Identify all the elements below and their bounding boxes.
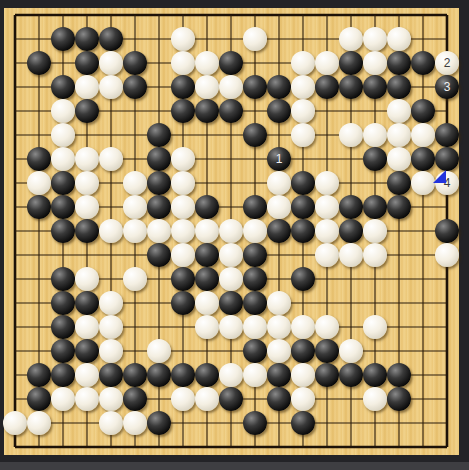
stone-white[interactable] bbox=[387, 99, 411, 123]
stone-white[interactable] bbox=[75, 267, 99, 291]
move-number-label: 2 bbox=[444, 57, 451, 69]
stone-black[interactable] bbox=[315, 339, 339, 363]
stone-white[interactable] bbox=[195, 315, 219, 339]
stone-black[interactable] bbox=[51, 27, 75, 51]
stone-black[interactable] bbox=[147, 171, 171, 195]
stone-black[interactable] bbox=[99, 27, 123, 51]
stone-black[interactable] bbox=[27, 147, 51, 171]
stone-black[interactable] bbox=[51, 219, 75, 243]
stone-black[interactable] bbox=[75, 51, 99, 75]
stone-black[interactable] bbox=[411, 51, 435, 75]
stone-white[interactable] bbox=[363, 27, 387, 51]
stone-white[interactable] bbox=[243, 315, 267, 339]
stone-black[interactable] bbox=[123, 51, 147, 75]
stone-white[interactable] bbox=[147, 219, 171, 243]
stone-black[interactable] bbox=[75, 291, 99, 315]
stone-black[interactable] bbox=[411, 147, 435, 171]
stone-white[interactable] bbox=[123, 195, 147, 219]
stone-black[interactable] bbox=[27, 363, 51, 387]
stone-black[interactable] bbox=[195, 243, 219, 267]
stone-white[interactable] bbox=[363, 51, 387, 75]
stone-black[interactable] bbox=[147, 147, 171, 171]
stone-white[interactable] bbox=[363, 243, 387, 267]
stone-black[interactable] bbox=[171, 99, 195, 123]
stone-black[interactable] bbox=[171, 267, 195, 291]
stone-black[interactable] bbox=[243, 411, 267, 435]
stone-white[interactable] bbox=[339, 243, 363, 267]
stone-black[interactable] bbox=[315, 363, 339, 387]
stone-white[interactable] bbox=[291, 315, 315, 339]
move-number-label: 4 bbox=[444, 177, 451, 189]
stone-black[interactable] bbox=[291, 171, 315, 195]
stone-black[interactable] bbox=[75, 219, 99, 243]
stone-black[interactable] bbox=[363, 363, 387, 387]
stone-white[interactable] bbox=[75, 363, 99, 387]
stone-white[interactable] bbox=[51, 123, 75, 147]
stone-white[interactable] bbox=[99, 75, 123, 99]
stone-black[interactable] bbox=[339, 195, 363, 219]
stone-black[interactable] bbox=[123, 387, 147, 411]
stone-black[interactable] bbox=[435, 219, 459, 243]
stone-black[interactable] bbox=[27, 195, 51, 219]
stone-black[interactable] bbox=[195, 363, 219, 387]
stone-black[interactable] bbox=[123, 363, 147, 387]
stone-white[interactable] bbox=[171, 387, 195, 411]
stone-black[interactable] bbox=[411, 99, 435, 123]
stone-black[interactable] bbox=[243, 243, 267, 267]
stone-black[interactable] bbox=[51, 267, 75, 291]
stone-white[interactable] bbox=[75, 387, 99, 411]
stone-black[interactable] bbox=[315, 75, 339, 99]
stone-white[interactable] bbox=[99, 291, 123, 315]
stone-white[interactable] bbox=[315, 171, 339, 195]
stone-white[interactable] bbox=[195, 219, 219, 243]
stone-black[interactable] bbox=[243, 339, 267, 363]
stone-white[interactable] bbox=[363, 315, 387, 339]
stone-black[interactable] bbox=[267, 387, 291, 411]
stone-white[interactable] bbox=[291, 387, 315, 411]
stone-white[interactable] bbox=[411, 123, 435, 147]
stone-black[interactable] bbox=[171, 75, 195, 99]
stone-black[interactable] bbox=[171, 363, 195, 387]
stone-black[interactable] bbox=[51, 291, 75, 315]
stone-black[interactable] bbox=[219, 99, 243, 123]
frame-bottom-band bbox=[0, 462, 469, 470]
stone-black[interactable]: 1 bbox=[267, 147, 291, 171]
stone-white[interactable] bbox=[123, 171, 147, 195]
stone-white[interactable] bbox=[363, 387, 387, 411]
stone-black[interactable] bbox=[387, 51, 411, 75]
stone-black[interactable] bbox=[267, 99, 291, 123]
stone-white[interactable] bbox=[291, 51, 315, 75]
stone-black[interactable] bbox=[435, 147, 459, 171]
stone-black[interactable] bbox=[195, 99, 219, 123]
stone-black[interactable] bbox=[147, 363, 171, 387]
board-frame: 2314 bbox=[0, 0, 469, 470]
stone-white[interactable] bbox=[99, 387, 123, 411]
stone-white[interactable] bbox=[387, 27, 411, 51]
stone-black[interactable] bbox=[363, 75, 387, 99]
stone-black[interactable] bbox=[267, 75, 291, 99]
stone-black[interactable] bbox=[387, 75, 411, 99]
stone-black[interactable] bbox=[147, 123, 171, 147]
stone-black[interactable] bbox=[243, 123, 267, 147]
stone-black[interactable] bbox=[387, 195, 411, 219]
stone-black[interactable] bbox=[291, 219, 315, 243]
stone-white[interactable] bbox=[195, 75, 219, 99]
stone-black[interactable] bbox=[291, 267, 315, 291]
stone-white[interactable] bbox=[171, 51, 195, 75]
stone-black[interactable] bbox=[51, 195, 75, 219]
stone-black[interactable] bbox=[267, 363, 291, 387]
stone-white[interactable] bbox=[267, 291, 291, 315]
stone-black[interactable] bbox=[99, 363, 123, 387]
stone-black[interactable] bbox=[147, 411, 171, 435]
stone-white[interactable] bbox=[75, 171, 99, 195]
stone-white[interactable] bbox=[3, 411, 27, 435]
stone-black[interactable] bbox=[339, 75, 363, 99]
stone-black[interactable] bbox=[219, 387, 243, 411]
stone-white[interactable] bbox=[171, 171, 195, 195]
stone-white[interactable] bbox=[435, 243, 459, 267]
stone-white[interactable] bbox=[51, 387, 75, 411]
stone-black[interactable] bbox=[195, 267, 219, 291]
stone-black[interactable] bbox=[243, 291, 267, 315]
stone-white[interactable] bbox=[315, 51, 339, 75]
stone-black[interactable] bbox=[75, 339, 99, 363]
stone-white[interactable] bbox=[99, 219, 123, 243]
stone-white[interactable] bbox=[195, 291, 219, 315]
stone-black[interactable] bbox=[195, 195, 219, 219]
stone-white[interactable] bbox=[219, 243, 243, 267]
stone-white[interactable] bbox=[147, 339, 171, 363]
move-number-label: 3 bbox=[444, 81, 451, 93]
stone-white[interactable] bbox=[27, 171, 51, 195]
stone-white[interactable] bbox=[171, 147, 195, 171]
stone-black[interactable] bbox=[219, 51, 243, 75]
stone-black[interactable] bbox=[363, 195, 387, 219]
stone-white[interactable] bbox=[267, 315, 291, 339]
stone-white[interactable] bbox=[315, 315, 339, 339]
stone-black[interactable] bbox=[243, 267, 267, 291]
stone-white[interactable] bbox=[243, 27, 267, 51]
move-number-label: 1 bbox=[276, 153, 283, 165]
stone-black[interactable] bbox=[51, 339, 75, 363]
stone-white[interactable] bbox=[411, 171, 435, 195]
stone-white[interactable] bbox=[219, 219, 243, 243]
stone-white[interactable] bbox=[387, 147, 411, 171]
stone-white[interactable] bbox=[315, 195, 339, 219]
stone-white[interactable] bbox=[291, 363, 315, 387]
stone-white[interactable] bbox=[243, 363, 267, 387]
stone-white[interactable] bbox=[123, 411, 147, 435]
stone-white[interactable] bbox=[27, 411, 51, 435]
stone-white[interactable] bbox=[171, 243, 195, 267]
stone-black[interactable] bbox=[339, 363, 363, 387]
stone-black[interactable] bbox=[339, 219, 363, 243]
stone-black[interactable] bbox=[27, 387, 51, 411]
stone-white[interactable] bbox=[75, 147, 99, 171]
stone-white[interactable] bbox=[267, 195, 291, 219]
stone-black[interactable] bbox=[291, 339, 315, 363]
stone-white[interactable] bbox=[387, 123, 411, 147]
stone-white[interactable] bbox=[219, 267, 243, 291]
stone-white[interactable] bbox=[315, 243, 339, 267]
stone-white[interactable] bbox=[99, 51, 123, 75]
stone-white[interactable] bbox=[291, 123, 315, 147]
stone-black[interactable] bbox=[75, 99, 99, 123]
stone-white[interactable] bbox=[99, 339, 123, 363]
stone-white[interactable] bbox=[291, 99, 315, 123]
stone-white[interactable] bbox=[171, 27, 195, 51]
stone-white[interactable] bbox=[195, 387, 219, 411]
stone-black[interactable] bbox=[51, 171, 75, 195]
stone-white[interactable] bbox=[99, 147, 123, 171]
stone-white[interactable] bbox=[315, 219, 339, 243]
stone-white[interactable] bbox=[267, 339, 291, 363]
stone-black[interactable] bbox=[219, 291, 243, 315]
stone-white[interactable] bbox=[219, 315, 243, 339]
stone-white[interactable] bbox=[363, 219, 387, 243]
stone-white[interactable]: 2 bbox=[435, 51, 459, 75]
stone-white[interactable] bbox=[291, 75, 315, 99]
stone-white[interactable] bbox=[339, 27, 363, 51]
stone-black[interactable] bbox=[387, 171, 411, 195]
stone-black[interactable] bbox=[147, 195, 171, 219]
stone-white[interactable] bbox=[123, 267, 147, 291]
stone-black[interactable]: 3 bbox=[435, 75, 459, 99]
stone-black[interactable] bbox=[123, 75, 147, 99]
stone-white[interactable] bbox=[75, 195, 99, 219]
stone-white[interactable]: 4 bbox=[435, 171, 459, 195]
stone-white[interactable] bbox=[195, 51, 219, 75]
stone-white[interactable] bbox=[51, 99, 75, 123]
stone-black[interactable] bbox=[291, 411, 315, 435]
stone-black[interactable] bbox=[51, 363, 75, 387]
stone-white[interactable] bbox=[267, 171, 291, 195]
stone-white[interactable] bbox=[75, 315, 99, 339]
stone-black[interactable] bbox=[243, 75, 267, 99]
stone-white[interactable] bbox=[123, 219, 147, 243]
stone-black[interactable] bbox=[27, 51, 51, 75]
stone-white[interactable] bbox=[75, 75, 99, 99]
stone-black[interactable] bbox=[363, 147, 387, 171]
stone-white[interactable] bbox=[339, 123, 363, 147]
stone-white[interactable] bbox=[219, 363, 243, 387]
stone-black[interactable] bbox=[171, 291, 195, 315]
stone-black[interactable] bbox=[147, 243, 171, 267]
stone-black[interactable] bbox=[243, 195, 267, 219]
stone-white[interactable] bbox=[339, 339, 363, 363]
stone-white[interactable] bbox=[363, 123, 387, 147]
stone-black[interactable] bbox=[51, 315, 75, 339]
stone-white[interactable] bbox=[171, 195, 195, 219]
stone-white[interactable] bbox=[171, 219, 195, 243]
stone-white[interactable] bbox=[219, 75, 243, 99]
stone-black[interactable] bbox=[387, 387, 411, 411]
stone-white[interactable] bbox=[99, 411, 123, 435]
stone-black[interactable] bbox=[339, 51, 363, 75]
stone-black[interactable] bbox=[435, 123, 459, 147]
stone-white[interactable] bbox=[243, 219, 267, 243]
stone-black[interactable] bbox=[387, 363, 411, 387]
stone-black[interactable] bbox=[291, 195, 315, 219]
stone-black[interactable] bbox=[267, 219, 291, 243]
stone-black[interactable] bbox=[75, 27, 99, 51]
stone-white[interactable] bbox=[99, 315, 123, 339]
stone-black[interactable] bbox=[51, 75, 75, 99]
stone-white[interactable] bbox=[51, 147, 75, 171]
